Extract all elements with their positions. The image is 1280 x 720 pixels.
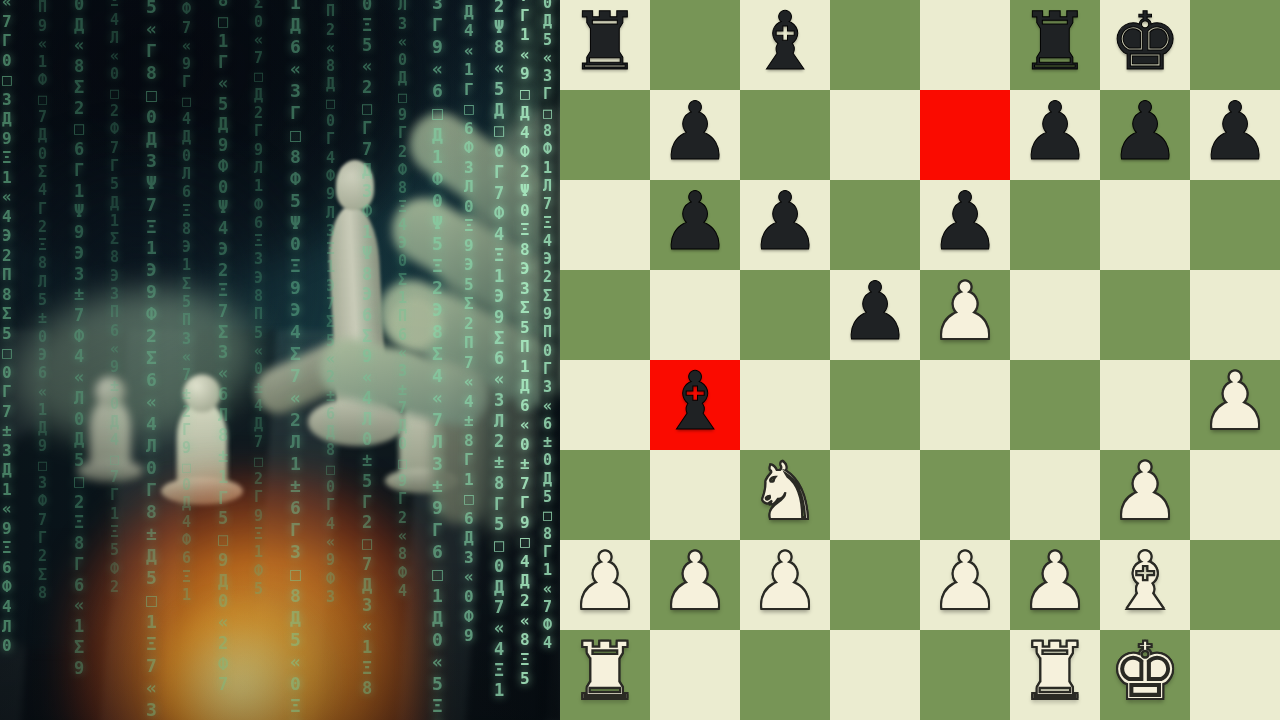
square-h3[interactable] [1190, 450, 1280, 540]
piece-black-bishop[interactable]: ♝ [749, 2, 821, 82]
piece-black-rook[interactable]: ♜ [1019, 2, 1091, 82]
square-b4[interactable]: ♝ [650, 360, 740, 450]
square-g3[interactable]: ♟ [1100, 450, 1190, 540]
square-h1[interactable] [1190, 630, 1280, 720]
piece-white-pawn[interactable]: ♟ [1109, 452, 1181, 532]
piece-black-rook[interactable]: ♜ [569, 2, 641, 82]
screenshot-root: « 7 Г 0 □ 3 Д 9 Ξ 1 « 4 Э 2 П 8 Σ 5 □ 0 … [0, 0, 1280, 720]
piece-black-pawn[interactable]: ♟ [1199, 92, 1271, 172]
square-d1[interactable] [830, 630, 920, 720]
square-h4[interactable]: ♟ [1190, 360, 1280, 450]
piece-black-pawn[interactable]: ♟ [839, 272, 911, 352]
square-b8[interactable] [650, 0, 740, 90]
square-b5[interactable] [650, 270, 740, 360]
piece-black-bishop[interactable]: ♝ [659, 362, 731, 442]
square-a8[interactable]: ♜ [560, 0, 650, 90]
square-e4[interactable] [920, 360, 1010, 450]
chess-board: ♜♝♜♚♟♟♟♟♟♟♟♟♟♝♟♞♟♟♟♟♟♟♝♜♜♚ [560, 0, 1280, 720]
square-g1[interactable]: ♚ [1100, 630, 1190, 720]
square-g5[interactable] [1100, 270, 1190, 360]
held-chess-piece-head [336, 160, 374, 210]
square-d3[interactable] [830, 450, 920, 540]
square-g4[interactable] [1100, 360, 1190, 450]
square-c6[interactable]: ♟ [740, 180, 830, 270]
square-a2[interactable]: ♟ [560, 540, 650, 630]
square-b7[interactable]: ♟ [650, 90, 740, 180]
piece-black-pawn[interactable]: ♟ [659, 92, 731, 172]
piece-black-pawn[interactable]: ♟ [1109, 92, 1181, 172]
square-c1[interactable] [740, 630, 830, 720]
square-c7[interactable] [740, 90, 830, 180]
square-e1[interactable] [920, 630, 1010, 720]
piece-white-pawn[interactable]: ♟ [659, 542, 731, 622]
square-f4[interactable] [1010, 360, 1100, 450]
square-c5[interactable] [740, 270, 830, 360]
square-c8[interactable]: ♝ [740, 0, 830, 90]
square-f5[interactable] [1010, 270, 1100, 360]
square-c2[interactable]: ♟ [740, 540, 830, 630]
photo-panel: « 7 Г 0 □ 3 Д 9 Ξ 1 « 4 Э 2 П 8 Σ 5 □ 0 … [0, 0, 560, 720]
square-h2[interactable] [1190, 540, 1280, 630]
square-d6[interactable] [830, 180, 920, 270]
square-a4[interactable] [560, 360, 650, 450]
square-f3[interactable] [1010, 450, 1100, 540]
piece-white-king[interactable]: ♚ [1109, 632, 1181, 712]
piece-white-knight[interactable]: ♞ [749, 452, 821, 532]
square-a1[interactable]: ♜ [560, 630, 650, 720]
square-g2[interactable]: ♝ [1100, 540, 1190, 630]
square-f7[interactable]: ♟ [1010, 90, 1100, 180]
piece-white-bishop[interactable]: ♝ [1109, 542, 1181, 622]
piece-white-pawn[interactable]: ♟ [749, 542, 821, 622]
square-f1[interactable]: ♜ [1010, 630, 1100, 720]
piece-black-pawn[interactable]: ♟ [749, 182, 821, 262]
square-e8[interactable] [920, 0, 1010, 90]
square-d8[interactable] [830, 0, 920, 90]
square-h7[interactable]: ♟ [1190, 90, 1280, 180]
square-d7[interactable] [830, 90, 920, 180]
square-a5[interactable] [560, 270, 650, 360]
square-e7[interactable] [920, 90, 1010, 180]
piece-black-pawn[interactable]: ♟ [1019, 92, 1091, 172]
piece-black-king[interactable]: ♚ [1109, 2, 1181, 82]
square-a3[interactable] [560, 450, 650, 540]
piece-white-pawn[interactable]: ♟ [569, 542, 641, 622]
piece-white-rook[interactable]: ♜ [569, 632, 641, 712]
piece-black-pawn[interactable]: ♟ [659, 182, 731, 262]
square-d5[interactable]: ♟ [830, 270, 920, 360]
piece-white-pawn[interactable]: ♟ [1199, 362, 1271, 442]
square-b3[interactable] [650, 450, 740, 540]
square-h5[interactable] [1190, 270, 1280, 360]
square-h6[interactable] [1190, 180, 1280, 270]
fingertip [388, 296, 442, 350]
piece-white-pawn[interactable]: ♟ [1019, 542, 1091, 622]
square-e2[interactable]: ♟ [920, 540, 1010, 630]
square-e3[interactable] [920, 450, 1010, 540]
square-h8[interactable] [1190, 0, 1280, 90]
square-g7[interactable]: ♟ [1100, 90, 1190, 180]
square-e5[interactable]: ♟ [920, 270, 1010, 360]
square-e6[interactable]: ♟ [920, 180, 1010, 270]
square-a7[interactable] [560, 90, 650, 180]
square-c3[interactable]: ♞ [740, 450, 830, 540]
square-c4[interactable] [740, 360, 830, 450]
square-g8[interactable]: ♚ [1100, 0, 1190, 90]
square-b2[interactable]: ♟ [650, 540, 740, 630]
square-b6[interactable]: ♟ [650, 180, 740, 270]
square-f6[interactable] [1010, 180, 1100, 270]
photo-right-edge-shadow [540, 0, 560, 720]
square-f2[interactable]: ♟ [1010, 540, 1100, 630]
piece-white-pawn[interactable]: ♟ [929, 542, 1001, 622]
piece-white-rook[interactable]: ♜ [1019, 632, 1091, 712]
piece-black-pawn[interactable]: ♟ [929, 182, 1001, 262]
square-a6[interactable] [560, 180, 650, 270]
square-d4[interactable] [830, 360, 920, 450]
piece-white-pawn[interactable]: ♟ [929, 272, 1001, 352]
square-g6[interactable] [1100, 180, 1190, 270]
square-d2[interactable] [830, 540, 920, 630]
photo-pawn [90, 398, 131, 471]
square-b1[interactable] [650, 630, 740, 720]
square-f8[interactable]: ♜ [1010, 0, 1100, 90]
